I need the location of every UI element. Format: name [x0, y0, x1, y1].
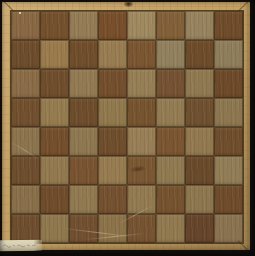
- board-square: [98, 69, 127, 98]
- board-square: [40, 69, 69, 98]
- board-square: [11, 214, 40, 243]
- board-square: [185, 156, 214, 185]
- board-square: [11, 185, 40, 214]
- board-square: [40, 156, 69, 185]
- board-square: [69, 127, 98, 156]
- handwriting-squiggle: [0, 240, 42, 251]
- board-square: [127, 127, 156, 156]
- board-square: [11, 11, 40, 40]
- board-square: [127, 11, 156, 40]
- board-square: [11, 98, 40, 127]
- board-square: [185, 69, 214, 98]
- board-square: [214, 11, 243, 40]
- board-square: [214, 98, 243, 127]
- board-square: [156, 127, 185, 156]
- board-square: [40, 11, 69, 40]
- board-square: [98, 98, 127, 127]
- board-square: [40, 98, 69, 127]
- board-square: [185, 214, 214, 243]
- board-square: [98, 156, 127, 185]
- board-square: [185, 11, 214, 40]
- board-square: [69, 40, 98, 69]
- board-square: [69, 185, 98, 214]
- board-square: [11, 40, 40, 69]
- label-sticker: [0, 240, 42, 251]
- board-square: [156, 98, 185, 127]
- board-square: [69, 98, 98, 127]
- board-square: [214, 127, 243, 156]
- board-square: [156, 40, 185, 69]
- board-square: [69, 69, 98, 98]
- board-square: [127, 40, 156, 69]
- board-square: [40, 40, 69, 69]
- board-square: [214, 69, 243, 98]
- board-square: [98, 11, 127, 40]
- board-square: [185, 98, 214, 127]
- paint-speck: [19, 12, 21, 14]
- board-square: [156, 11, 185, 40]
- board-square: [214, 156, 243, 185]
- frame-miter-top-left: [4, 1, 15, 12]
- board-square: [69, 156, 98, 185]
- board-square: [156, 214, 185, 243]
- board-square: [214, 214, 243, 243]
- board-square: [98, 214, 127, 243]
- board-square: [156, 185, 185, 214]
- board-square: [156, 69, 185, 98]
- chess-board: [10, 10, 244, 244]
- board-square: [98, 185, 127, 214]
- board-square: [40, 185, 69, 214]
- board-square: [185, 127, 214, 156]
- board-square: [127, 69, 156, 98]
- board-square: [98, 40, 127, 69]
- board-photo: [0, 0, 255, 256]
- board-square: [40, 127, 69, 156]
- board-square: [98, 127, 127, 156]
- frame-blemish: [124, 1, 133, 7]
- board-square: [127, 98, 156, 127]
- board-square: [69, 11, 98, 40]
- board-square: [11, 69, 40, 98]
- board-square: [156, 156, 185, 185]
- board-square: [185, 185, 214, 214]
- board-square: [214, 185, 243, 214]
- board-square: [127, 214, 156, 243]
- board-square: [185, 40, 214, 69]
- board-square: [11, 156, 40, 185]
- board-square: [214, 40, 243, 69]
